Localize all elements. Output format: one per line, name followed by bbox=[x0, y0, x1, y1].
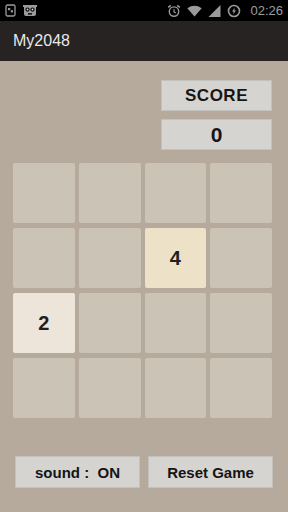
grid-cell bbox=[145, 163, 207, 223]
score-value-box: 0 bbox=[161, 119, 272, 150]
status-icons-right: 02:26 bbox=[167, 0, 283, 21]
reset-game-button[interactable]: Reset Game bbox=[148, 456, 273, 488]
status-bar: 02:26 bbox=[0, 0, 288, 21]
tile-2: 2 bbox=[13, 293, 75, 353]
alarm-icon bbox=[167, 4, 181, 18]
grid-cell bbox=[79, 358, 141, 418]
cell-signal-icon bbox=[208, 5, 221, 17]
grid-cell bbox=[79, 293, 141, 353]
grid-cell bbox=[210, 358, 272, 418]
grid-cell bbox=[145, 293, 207, 353]
score-label: SCORE bbox=[185, 86, 248, 106]
grid-cell bbox=[13, 358, 75, 418]
app-bar: My2048 bbox=[0, 21, 288, 61]
grid-cell bbox=[210, 293, 272, 353]
grid-cell bbox=[210, 163, 272, 223]
app-title: My2048 bbox=[0, 32, 70, 50]
score-label-box: SCORE bbox=[161, 80, 272, 111]
board-grid[interactable]: 42 bbox=[13, 163, 272, 418]
screen: 02:26 My2048 SCORE 0 42 sound : ON Reset… bbox=[0, 0, 288, 512]
tile-4: 4 bbox=[145, 228, 207, 288]
wifi-icon bbox=[187, 5, 202, 17]
grid-cell bbox=[79, 163, 141, 223]
status-time: 02:26 bbox=[250, 0, 283, 21]
grid-cell bbox=[210, 228, 272, 288]
grid-cell bbox=[79, 228, 141, 288]
score-value: 0 bbox=[211, 123, 223, 147]
grid-cell bbox=[13, 228, 75, 288]
cyanogenmod-mascot-icon bbox=[22, 4, 38, 17]
grid-cell bbox=[145, 358, 207, 418]
status-icons-left bbox=[5, 4, 38, 17]
sd-card-notification-icon bbox=[5, 4, 16, 17]
sound-toggle-button[interactable]: sound : ON bbox=[15, 456, 140, 488]
grid-cell bbox=[13, 163, 75, 223]
battery-charging-icon bbox=[227, 4, 241, 18]
